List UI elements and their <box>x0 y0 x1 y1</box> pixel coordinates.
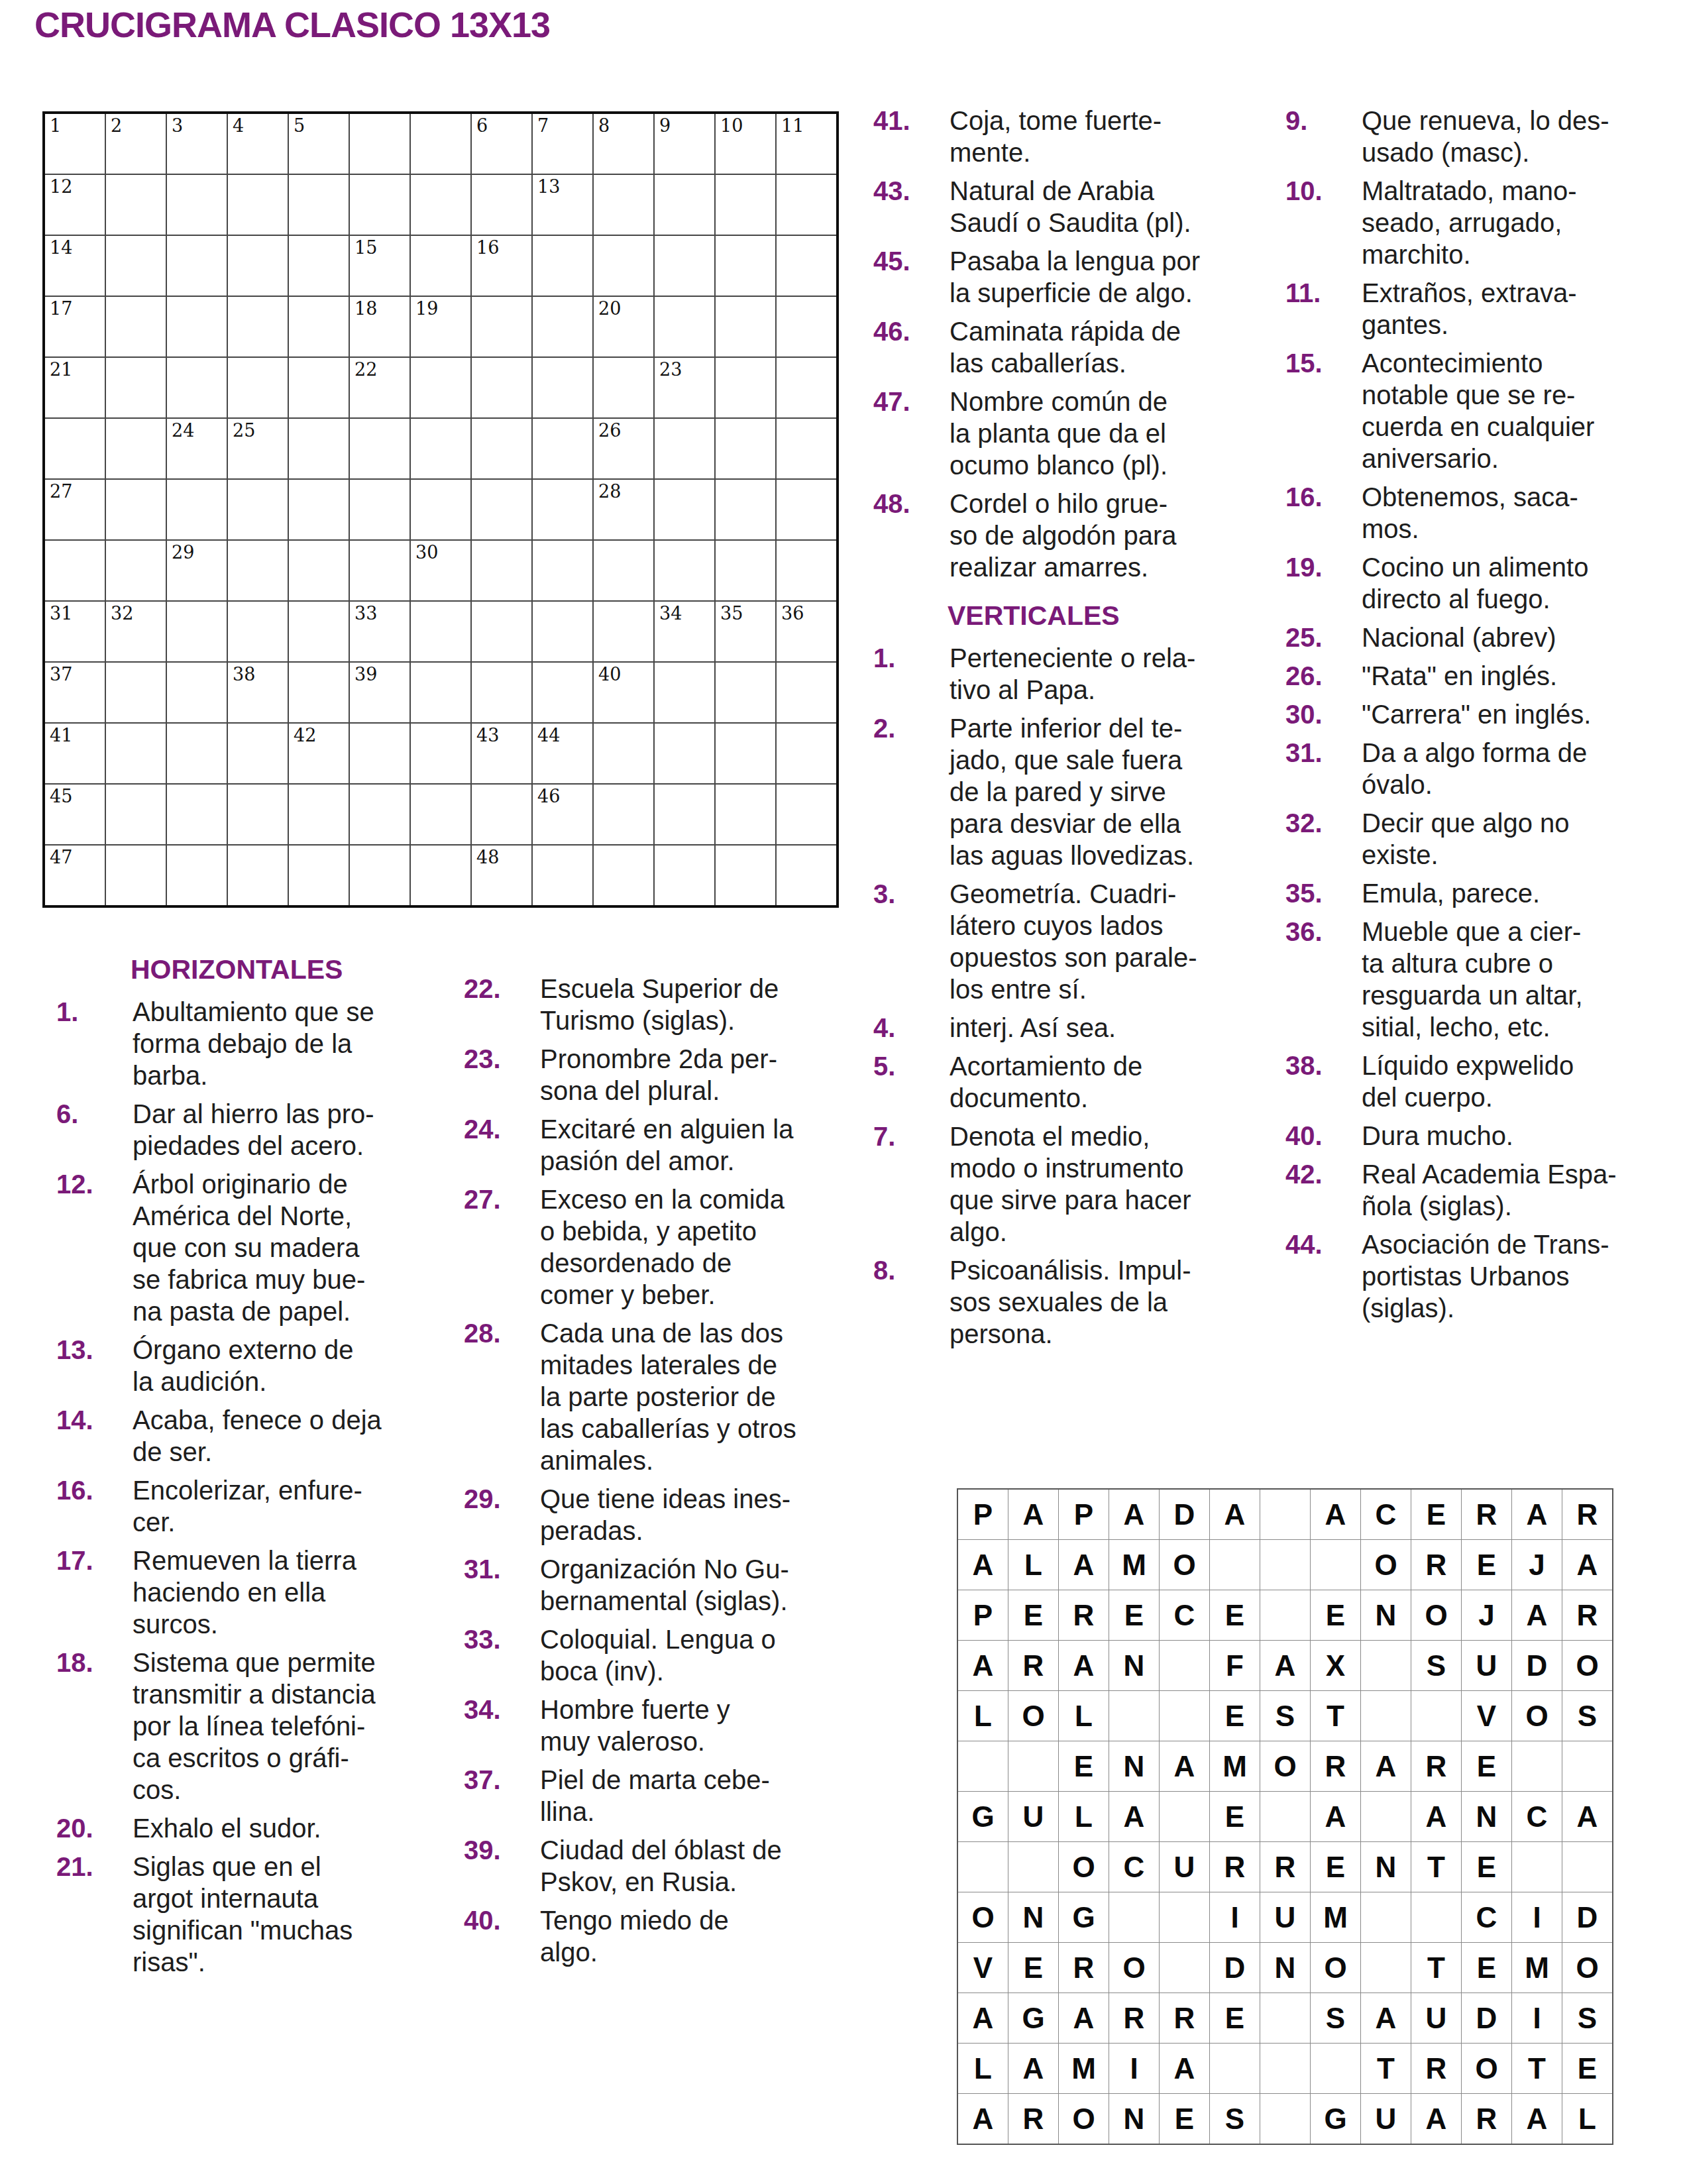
grid-cell[interactable]: 27 <box>45 480 105 539</box>
grid-cell[interactable] <box>777 358 836 417</box>
grid-cell[interactable]: 35 <box>716 602 775 661</box>
cell-number: 2 <box>111 115 122 136</box>
grid-cell[interactable]: 17 <box>45 297 105 356</box>
solution-letter: O <box>1576 1953 1598 1983</box>
grid-cell[interactable] <box>106 236 166 296</box>
cell-number: 23 <box>659 359 682 380</box>
solution-letter: U <box>1023 1802 1044 1831</box>
grid-cell[interactable]: 34 <box>655 602 714 661</box>
clue-text: Dura mucho. <box>1362 1120 1513 1152</box>
solution-cell: T <box>1512 2044 1562 2093</box>
grid-cell[interactable] <box>350 480 409 539</box>
solution-letter: U <box>1426 2004 1447 2033</box>
grid-cell[interactable] <box>167 480 227 539</box>
grid-cell[interactable] <box>167 358 227 417</box>
solution-cell-black <box>1361 1641 1411 1690</box>
grid-cell[interactable]: 2 <box>106 114 166 174</box>
clue-item: 12.Árbol originario de América del Norte… <box>56 1168 454 1327</box>
solution-cell: S <box>1260 1691 1310 1741</box>
clue-number: 8. <box>873 1254 950 1350</box>
cell-number: 35 <box>720 603 743 624</box>
grid-cell[interactable]: 20 <box>594 297 653 356</box>
solution-cell: R <box>1008 1641 1058 1690</box>
clue-text: Parte inferior del te- jado, que sale fu… <box>950 712 1194 871</box>
solution-cell: E <box>1109 1590 1159 1640</box>
grid-cell[interactable] <box>411 663 470 722</box>
cell-number: 45 <box>50 786 72 806</box>
grid-cell[interactable] <box>289 236 349 296</box>
grid-cell[interactable] <box>777 297 836 356</box>
grid-cell[interactable] <box>716 297 775 356</box>
solution-cell: L <box>1562 2094 1612 2144</box>
grid-cell[interactable]: 44 <box>533 724 592 783</box>
solution-cell-black <box>1109 1892 1159 1942</box>
grid-cell[interactable] <box>167 175 227 235</box>
grid-cell[interactable] <box>777 663 836 722</box>
solution-cell: S <box>1562 1993 1612 2043</box>
grid-cell[interactable]: 40 <box>594 663 653 722</box>
cell-number: 43 <box>476 725 499 745</box>
solution-cell: N <box>1109 1641 1159 1690</box>
grid-cell-black <box>411 724 470 783</box>
clue-number: 5. <box>873 1050 950 1114</box>
solution-letter: E <box>1024 1953 1043 1983</box>
clue-text: "Carrera" en inglés. <box>1362 698 1591 730</box>
solution-letter: L <box>974 1702 992 1731</box>
clue-text: Abultamiento que se forma debajo de la b… <box>133 996 374 1091</box>
grid-cell[interactable] <box>716 724 775 783</box>
solution-cell: C <box>1361 1490 1411 1539</box>
grid-cell[interactable] <box>472 602 531 661</box>
grid-cell[interactable] <box>655 541 714 600</box>
grid-cell[interactable]: 45 <box>45 785 105 844</box>
clue-item: 45.Pasaba la lengua por la superficie de… <box>873 245 1274 309</box>
grid-cell[interactable] <box>777 236 836 296</box>
solution-cell: A <box>1361 1741 1411 1791</box>
solution-cell: E <box>1462 1842 1511 1892</box>
solution-cell: C <box>1512 1792 1562 1841</box>
grid-cell-black <box>411 846 470 905</box>
grid-cell-black <box>411 480 470 539</box>
clue-number: 41. <box>873 105 950 168</box>
solution-letter: U <box>1174 1853 1195 1882</box>
grid-cell[interactable] <box>228 297 288 356</box>
grid-cell[interactable] <box>167 297 227 356</box>
solution-cell: R <box>1562 1590 1612 1640</box>
grid-cell[interactable] <box>655 480 714 539</box>
clue-item: 33.Coloquial. Lengua o boca (inv). <box>464 1623 861 1687</box>
solution-letter: N <box>1275 1953 1296 1983</box>
clue-text: Perteneciente o rela- tivo al Papa. <box>950 642 1195 706</box>
grid-cell[interactable] <box>716 846 775 905</box>
solution-cell: D <box>1562 1892 1612 1942</box>
solution-letter: T <box>1377 2054 1395 2083</box>
grid-cell[interactable] <box>228 785 288 844</box>
solution-cell: A <box>1260 1641 1310 1690</box>
grid-cell[interactable] <box>228 480 288 539</box>
solution-letter: O <box>1274 1752 1296 1781</box>
solution-letter: R <box>1577 1500 1598 1529</box>
grid-cell-black <box>594 358 653 417</box>
grid-cell[interactable]: 1 <box>45 114 105 174</box>
clue-number: 7. <box>873 1120 950 1248</box>
cell-number: 28 <box>598 481 621 502</box>
grid-cell[interactable] <box>228 175 288 235</box>
solution-cell: R <box>1210 1842 1260 1892</box>
cell-number: 34 <box>659 603 682 624</box>
grid-cell[interactable]: 47 <box>45 846 105 905</box>
grid-cell[interactable] <box>533 541 592 600</box>
grid-cell[interactable]: 46 <box>533 785 592 844</box>
grid-cell[interactable] <box>167 724 227 783</box>
solution-cell-black <box>1260 1590 1310 1640</box>
grid-cell[interactable]: 4 <box>228 114 288 174</box>
grid-cell[interactable] <box>472 663 531 722</box>
grid-cell[interactable]: 10 <box>716 114 775 174</box>
empty-puzzle-grid[interactable]: 1234567891011121314151617181920212223242… <box>42 111 839 908</box>
solution-cell: T <box>1361 2044 1411 2093</box>
grid-cell[interactable] <box>167 785 227 844</box>
grid-cell[interactable]: 8 <box>594 114 653 174</box>
clue-text: Obtenemos, saca- mos. <box>1362 481 1578 545</box>
clue-number: 42. <box>1285 1158 1362 1222</box>
grid-cell[interactable] <box>594 785 653 844</box>
solution-cell: R <box>1109 1993 1159 2043</box>
grid-cell[interactable]: 6 <box>472 114 531 174</box>
solution-cell: A <box>958 1540 1008 1590</box>
solution-cell: U <box>1411 1993 1461 2043</box>
cell-number: 7 <box>537 115 549 136</box>
grid-cell[interactable] <box>411 419 470 478</box>
grid-cell[interactable] <box>228 541 288 600</box>
solution-cell: O <box>1562 1943 1612 1993</box>
grid-cell[interactable] <box>472 358 531 417</box>
grid-cell-black <box>350 175 409 235</box>
grid-cell[interactable]: 43 <box>472 724 531 783</box>
solution-cell-black <box>1160 1943 1209 1993</box>
grid-cell[interactable] <box>594 724 653 783</box>
grid-cell[interactable] <box>533 419 592 478</box>
clue-item: 43.Natural de Arabia Saudí o Saudita (pl… <box>873 175 1274 239</box>
grid-cell[interactable] <box>777 175 836 235</box>
solution-letter: D <box>1577 1903 1598 1932</box>
solution-cell: R <box>1260 1842 1310 1892</box>
grid-cell[interactable]: 23 <box>655 358 714 417</box>
solution-letter: R <box>1174 2004 1195 2033</box>
clue-text: Decir que algo no existe. <box>1362 807 1570 871</box>
grid-cell[interactable] <box>716 236 775 296</box>
grid-cell[interactable]: 14 <box>45 236 105 296</box>
solution-letter: E <box>1225 1802 1244 1831</box>
clue-number: 15. <box>1285 347 1362 474</box>
clue-number: 37. <box>464 1764 540 1828</box>
grid-cell[interactable] <box>350 419 409 478</box>
solution-letter: V <box>1477 1702 1496 1731</box>
solution-letter: C <box>1527 1802 1548 1831</box>
solution-letter: P <box>973 1601 993 1630</box>
grid-cell[interactable] <box>167 846 227 905</box>
grid-cell[interactable] <box>777 785 836 844</box>
grid-cell[interactable] <box>655 663 714 722</box>
solution-cell-black <box>1008 1842 1058 1892</box>
solution-cell: V <box>958 1943 1008 1993</box>
solution-letter: G <box>1022 2004 1044 2033</box>
grid-cell[interactable] <box>655 297 714 356</box>
grid-cell[interactable]: 9 <box>655 114 714 174</box>
grid-cell[interactable] <box>106 846 166 905</box>
grid-cell[interactable]: 18 <box>350 297 409 356</box>
solution-letter: P <box>973 1500 993 1529</box>
solution-cell-black <box>1160 1892 1209 1942</box>
clue-item: 25.Nacional (abrev) <box>1285 622 1680 653</box>
grid-cell[interactable]: 38 <box>228 663 288 722</box>
grid-cell[interactable] <box>655 419 714 478</box>
solution-letter: D <box>1476 2004 1497 2033</box>
grid-cell[interactable]: 26 <box>594 419 653 478</box>
grid-cell[interactable] <box>289 175 349 235</box>
grid-cell[interactable] <box>228 236 288 296</box>
grid-cell[interactable] <box>289 541 349 600</box>
grid-cell[interactable]: 19 <box>411 297 470 356</box>
solution-letter: V <box>973 1953 993 1983</box>
clue-text: Caminata rápida de las caballerías. <box>950 315 1181 379</box>
solution-letter: C <box>1174 1601 1195 1630</box>
grid-cell[interactable] <box>167 663 227 722</box>
solution-letter: T <box>1327 1702 1344 1731</box>
solution-letter: R <box>1426 1752 1447 1781</box>
clue-text: interj. Así sea. <box>950 1012 1116 1044</box>
solution-cell: L <box>958 2044 1008 2093</box>
clue-text: Real Academia Espa- ñola (siglas). <box>1362 1158 1617 1222</box>
grid-cell[interactable] <box>228 846 288 905</box>
clue-item: 35.Emula, parece. <box>1285 877 1680 909</box>
solution-letter: E <box>1326 1853 1345 1882</box>
grid-cell[interactable] <box>106 297 166 356</box>
clue-item: 40.Dura mucho. <box>1285 1120 1680 1152</box>
grid-cell[interactable] <box>106 785 166 844</box>
solution-letter: A <box>1527 1500 1548 1529</box>
grid-cell[interactable]: 31 <box>45 602 105 661</box>
solution-cell: A <box>1311 1490 1360 1539</box>
solution-letter: L <box>1075 1802 1093 1831</box>
grid-cell[interactable] <box>350 724 409 783</box>
clue-text: Organización No Gu- bernamental (siglas)… <box>540 1553 789 1617</box>
solution-cell: I <box>1210 1892 1260 1942</box>
clue-number: 14. <box>56 1404 133 1468</box>
grid-cell[interactable]: 3 <box>167 114 227 174</box>
solution-cell: U <box>1361 2094 1411 2144</box>
grid-cell[interactable] <box>411 602 470 661</box>
clue-text: Siglas que en el argot internauta signif… <box>133 1851 353 1978</box>
solution-letter: N <box>1124 1752 1145 1781</box>
grid-cell[interactable]: 16 <box>472 236 531 296</box>
grid-cell[interactable]: 12 <box>45 175 105 235</box>
grid-cell[interactable] <box>228 724 288 783</box>
grid-cell[interactable] <box>106 724 166 783</box>
grid-cell[interactable] <box>167 236 227 296</box>
grid-cell[interactable] <box>289 785 349 844</box>
grid-cell[interactable] <box>716 663 775 722</box>
grid-cell[interactable]: 13 <box>533 175 592 235</box>
grid-cell[interactable]: 22 <box>350 358 409 417</box>
solution-letter: X <box>1326 1651 1345 1680</box>
clue-item: 46.Caminata rápida de las caballerías. <box>873 315 1274 379</box>
grid-cell[interactable]: 30 <box>411 541 470 600</box>
grid-cell[interactable] <box>472 541 531 600</box>
grid-cell[interactable]: 33 <box>350 602 409 661</box>
grid-cell[interactable] <box>716 175 775 235</box>
clue-item: 18.Sistema que permite transmitir a dist… <box>56 1647 454 1806</box>
clue-number: 1. <box>873 642 950 706</box>
grid-cell[interactable]: 21 <box>45 358 105 417</box>
grid-cell[interactable] <box>594 175 653 235</box>
solution-cell: S <box>1562 1691 1612 1741</box>
grid-cell[interactable] <box>106 663 166 722</box>
solution-cell-black <box>1512 1741 1562 1791</box>
solution-cell: T <box>1311 1691 1360 1741</box>
clue-text: Pronombre 2da per- sona del plural. <box>540 1043 777 1107</box>
grid-cell[interactable]: 41 <box>45 724 105 783</box>
clue-item: 44.Asociación de Trans- portistas Urbano… <box>1285 1228 1680 1324</box>
grid-cell[interactable] <box>350 541 409 600</box>
grid-cell[interactable] <box>472 419 531 478</box>
grid-cell[interactable] <box>533 236 592 296</box>
grid-cell[interactable]: 29 <box>167 541 227 600</box>
solution-letter: J <box>1478 1601 1494 1630</box>
solution-letter: A <box>1073 2004 1095 2033</box>
solution-letter: A <box>1124 1500 1145 1529</box>
grid-cell[interactable] <box>655 785 714 844</box>
solution-cell: S <box>1311 1993 1360 2043</box>
grid-cell[interactable]: 37 <box>45 663 105 722</box>
grid-cell[interactable] <box>655 236 714 296</box>
grid-cell[interactable] <box>594 846 653 905</box>
cell-number: 20 <box>598 298 621 319</box>
solution-letter: E <box>1225 1702 1244 1731</box>
cell-number: 6 <box>476 115 488 136</box>
grid-cell[interactable]: 36 <box>777 602 836 661</box>
grid-cell[interactable] <box>472 480 531 539</box>
grid-cell[interactable] <box>594 236 653 296</box>
grid-cell[interactable] <box>106 358 166 417</box>
grid-cell[interactable]: 25 <box>228 419 288 478</box>
solution-cell: I <box>1109 2044 1159 2093</box>
solution-cell: L <box>1059 1691 1109 1741</box>
solution-cell: E <box>1008 1943 1058 1993</box>
solution-letter: P <box>1074 1500 1093 1529</box>
solution-letter: N <box>1376 1601 1397 1630</box>
grid-cell[interactable] <box>167 602 227 661</box>
clue-number: 21. <box>56 1851 133 1978</box>
grid-cell[interactable] <box>655 175 714 235</box>
solution-cell: A <box>1512 1590 1562 1640</box>
solution-cell: D <box>1210 1943 1260 1993</box>
grid-cell[interactable] <box>777 846 836 905</box>
solution-letter: E <box>1477 1752 1496 1781</box>
grid-cell[interactable] <box>533 846 592 905</box>
grid-cell[interactable] <box>716 480 775 539</box>
grid-cell[interactable] <box>289 419 349 478</box>
clue-text: Sistema que permite transmitir a distanc… <box>133 1647 376 1806</box>
grid-cell[interactable] <box>716 785 775 844</box>
cell-number: 27 <box>50 481 72 502</box>
grid-cell[interactable] <box>350 114 409 174</box>
grid-cell[interactable]: 32 <box>106 602 166 661</box>
solution-letter: U <box>1476 1651 1497 1680</box>
clue-item: 48.Cordel o hilo grue- so de algodón par… <box>873 488 1274 583</box>
solution-cell-black <box>1361 1792 1411 1841</box>
grid-cell[interactable]: 39 <box>350 663 409 722</box>
clue-text: Hombre fuerte y muy valeroso. <box>540 1694 730 1757</box>
clue-item: 31.Organización No Gu- bernamental (sigl… <box>464 1553 861 1617</box>
clue-item: 16.Obtenemos, saca- mos. <box>1285 481 1680 545</box>
solution-cell: M <box>1311 1892 1360 1942</box>
grid-cell[interactable] <box>350 846 409 905</box>
clue-text: Acortamiento de documento. <box>950 1050 1142 1114</box>
solution-letter: S <box>1578 1702 1597 1731</box>
grid-cell[interactable]: 42 <box>289 724 349 783</box>
clue-text: Pasaba la lengua por la superficie de al… <box>950 245 1200 309</box>
grid-cell[interactable]: 7 <box>533 114 592 174</box>
grid-cell[interactable] <box>655 846 714 905</box>
grid-cell[interactable] <box>411 358 470 417</box>
solution-cell: T <box>1411 1842 1461 1892</box>
clue-text: Mueble que a cier- ta altura cubre o res… <box>1362 916 1583 1043</box>
clue-text: Piel de marta cebe- llina. <box>540 1764 770 1828</box>
grid-cell[interactable]: 15 <box>350 236 409 296</box>
clue-number: 2. <box>873 712 950 871</box>
solution-letter: D <box>1527 1651 1548 1680</box>
grid-cell[interactable]: 24 <box>167 419 227 478</box>
grid-cell[interactable] <box>716 358 775 417</box>
clue-item: 7.Denota el medio, modo o instrumento qu… <box>873 1120 1274 1248</box>
grid-cell[interactable]: 11 <box>777 114 836 174</box>
clue-item: 14.Acaba, fenece o deja de ser. <box>56 1404 454 1468</box>
solution-cell: L <box>958 1691 1008 1741</box>
clue-item: 15.Acontecimiento notable que se re- cue… <box>1285 347 1680 474</box>
clue-text: Da a algo forma de óvalo. <box>1362 737 1587 800</box>
cell-number: 47 <box>50 847 72 867</box>
solution-letter: A <box>1426 2104 1447 2134</box>
clue-text: Geometría. Cuadri- látero cuyos lados op… <box>950 878 1197 1005</box>
grid-cell[interactable] <box>472 297 531 356</box>
cell-number: 41 <box>50 725 72 745</box>
solution-cell: X <box>1311 1641 1360 1690</box>
solution-cell: E <box>1411 1490 1461 1539</box>
grid-cell[interactable]: 5 <box>289 114 349 174</box>
solution-cell: A <box>1311 1792 1360 1841</box>
grid-cell[interactable] <box>106 480 166 539</box>
solution-letter: R <box>1577 1601 1598 1630</box>
solution-cell: O <box>1462 2044 1511 2093</box>
grid-cell[interactable]: 48 <box>472 846 531 905</box>
solution-letter: T <box>1528 2054 1546 2083</box>
clue-number: 3. <box>873 878 950 1005</box>
clue-item: 9.Que renueva, lo des- usado (masc). <box>1285 105 1680 168</box>
grid-cell[interactable] <box>777 480 836 539</box>
grid-cell[interactable]: 28 <box>594 480 653 539</box>
grid-cell[interactable] <box>106 175 166 235</box>
grid-cell[interactable] <box>655 724 714 783</box>
clue-item: 24.Excitaré en alguien la pasión del amo… <box>464 1113 861 1177</box>
solution-cell-black <box>1361 1943 1411 1993</box>
solution-cell: E <box>1008 1590 1058 1640</box>
grid-cell[interactable] <box>289 846 349 905</box>
grid-cell[interactable] <box>594 541 653 600</box>
grid-cell[interactable] <box>777 724 836 783</box>
clue-number: 18. <box>56 1647 133 1806</box>
clue-item: 11.Extraños, extrava- gantes. <box>1285 277 1680 341</box>
